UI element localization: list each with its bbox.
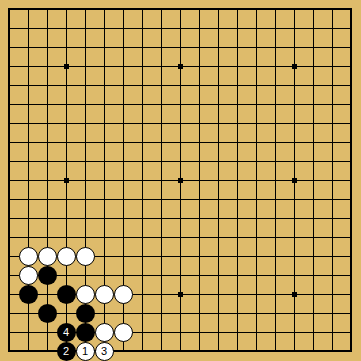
stones-layer: 4213 xyxy=(0,0,361,361)
black-stone xyxy=(38,266,57,285)
white-stone xyxy=(57,247,76,266)
black-stone xyxy=(38,304,57,323)
move-number: 2 xyxy=(63,346,69,357)
white-stone: 1 xyxy=(76,342,95,361)
white-stone xyxy=(95,323,114,342)
black-stone xyxy=(19,285,38,304)
white-stone xyxy=(114,285,133,304)
black-stone: 4 xyxy=(57,323,76,342)
white-stone xyxy=(76,247,95,266)
black-stone xyxy=(76,323,95,342)
white-stone: 3 xyxy=(95,342,114,361)
white-stone xyxy=(38,247,57,266)
move-number: 3 xyxy=(101,346,107,357)
go-board-diagram[interactable]: 4213 xyxy=(0,0,361,361)
white-stone xyxy=(19,247,38,266)
move-number: 4 xyxy=(63,327,69,338)
move-number: 1 xyxy=(82,346,88,357)
white-stone xyxy=(114,323,133,342)
black-stone xyxy=(76,304,95,323)
white-stone xyxy=(19,266,38,285)
black-stone: 2 xyxy=(57,342,76,361)
black-stone xyxy=(57,285,76,304)
white-stone xyxy=(76,285,95,304)
white-stone xyxy=(95,285,114,304)
